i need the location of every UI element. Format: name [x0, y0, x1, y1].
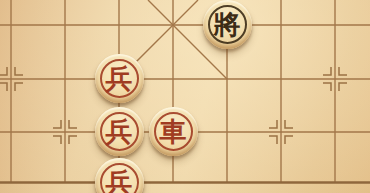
pieces-layer: 將兵兵車兵: [0, 0, 362, 193]
piece-black-general[interactable]: 將: [200, 0, 254, 52]
piece-glyph: 兵: [106, 169, 133, 193]
piece-red-soldier-1[interactable]: 兵: [92, 52, 146, 106]
piece-glyph: 將: [214, 11, 241, 38]
xiangqi-app-screen: 將兵兵車兵: [0, 0, 370, 193]
piece-red-soldier-3[interactable]: 兵: [92, 158, 146, 193]
piece-red-chariot[interactable]: 車: [146, 106, 200, 158]
piece-red-soldier-2[interactable]: 兵: [92, 106, 146, 158]
xiangqi-board: 將兵兵車兵: [0, 0, 370, 193]
piece-glyph: 兵: [106, 118, 133, 145]
piece-glyph: 兵: [106, 65, 133, 92]
piece-glyph: 車: [160, 118, 187, 145]
